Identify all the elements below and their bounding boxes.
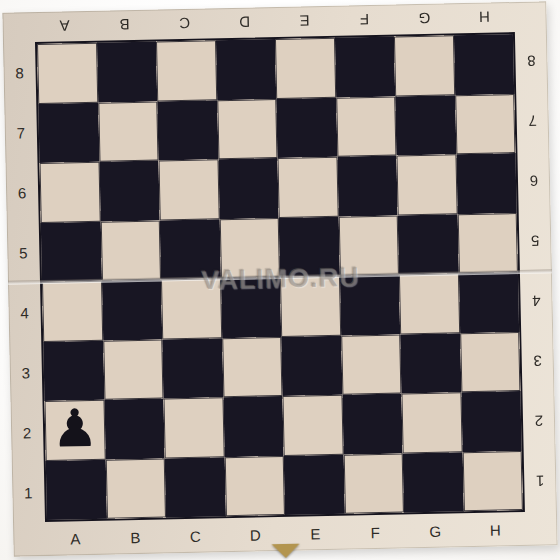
square-a5[interactable] bbox=[41, 221, 102, 282]
square-b2[interactable] bbox=[104, 398, 165, 459]
square-d8[interactable] bbox=[215, 39, 276, 100]
square-b7[interactable] bbox=[98, 101, 159, 162]
coord-label-d: D bbox=[214, 7, 275, 38]
square-h8[interactable] bbox=[453, 34, 514, 95]
coord-label-c: C bbox=[165, 518, 226, 553]
square-b6[interactable] bbox=[99, 161, 160, 222]
square-b8[interactable] bbox=[97, 42, 158, 103]
coord-label-8: 8 bbox=[3, 42, 36, 103]
square-c5[interactable] bbox=[160, 219, 221, 280]
coord-label-f: F bbox=[345, 514, 406, 549]
square-a6[interactable] bbox=[40, 162, 101, 223]
coord-label-h: H bbox=[454, 2, 515, 33]
square-h4[interactable] bbox=[458, 272, 519, 333]
square-f5[interactable] bbox=[338, 215, 399, 276]
coord-label-h: H bbox=[465, 512, 526, 547]
square-h1[interactable] bbox=[462, 450, 523, 511]
square-h6[interactable] bbox=[456, 153, 517, 214]
square-d6[interactable] bbox=[218, 158, 279, 219]
square-h2[interactable] bbox=[461, 391, 522, 452]
coord-label-c: C bbox=[154, 8, 215, 39]
square-h3[interactable] bbox=[460, 332, 521, 393]
square-c4[interactable] bbox=[161, 278, 222, 339]
square-c6[interactable] bbox=[158, 159, 219, 220]
coord-label-1: 1 bbox=[524, 451, 557, 512]
square-c2[interactable] bbox=[163, 397, 224, 458]
coord-label-a: A bbox=[34, 11, 95, 42]
square-g5[interactable] bbox=[398, 214, 459, 275]
photo-background: ABCDEFGH ABCDEFGH 87654321 87654321 ♟ VA… bbox=[0, 0, 560, 560]
coord-label-e: E bbox=[274, 6, 335, 37]
square-e2[interactable] bbox=[282, 395, 343, 456]
square-b4[interactable] bbox=[101, 279, 162, 340]
square-e1[interactable] bbox=[284, 454, 345, 515]
square-g4[interactable] bbox=[399, 273, 460, 334]
black-pawn: ♟ bbox=[51, 402, 99, 455]
coord-label-b: B bbox=[105, 519, 166, 554]
coord-label-6: 6 bbox=[517, 151, 550, 212]
square-c8[interactable] bbox=[156, 40, 217, 101]
coord-label-2: 2 bbox=[522, 391, 555, 452]
chess-board: ABCDEFGH ABCDEFGH 87654321 87654321 ♟ VA… bbox=[2, 1, 557, 556]
square-d7[interactable] bbox=[217, 99, 278, 160]
square-a8[interactable] bbox=[37, 43, 98, 104]
coord-label-7: 7 bbox=[4, 102, 37, 163]
square-g7[interactable] bbox=[395, 95, 456, 156]
square-d1[interactable] bbox=[224, 455, 285, 516]
coord-label-3: 3 bbox=[521, 331, 554, 392]
square-b3[interactable] bbox=[103, 339, 164, 400]
square-g8[interactable] bbox=[394, 35, 455, 96]
square-h5[interactable] bbox=[457, 213, 518, 274]
square-a1[interactable] bbox=[46, 459, 107, 520]
square-d4[interactable] bbox=[220, 277, 281, 338]
coord-label-f: F bbox=[334, 5, 395, 36]
square-e6[interactable] bbox=[277, 157, 338, 218]
square-f7[interactable] bbox=[336, 96, 397, 157]
coord-label-b: B bbox=[94, 10, 155, 41]
coord-label-g: G bbox=[405, 513, 466, 548]
board-squares: ♟ bbox=[35, 32, 525, 522]
square-c7[interactable] bbox=[157, 100, 218, 161]
square-b1[interactable] bbox=[105, 458, 166, 519]
square-c3[interactable] bbox=[162, 338, 223, 399]
square-a2[interactable]: ♟ bbox=[45, 400, 106, 461]
square-e3[interactable] bbox=[281, 335, 342, 396]
square-f1[interactable] bbox=[343, 453, 404, 514]
square-g3[interactable] bbox=[400, 333, 461, 394]
coord-label-6: 6 bbox=[6, 162, 39, 223]
coord-label-4: 4 bbox=[8, 282, 41, 343]
square-a7[interactable] bbox=[38, 102, 99, 163]
coord-label-4: 4 bbox=[520, 271, 553, 332]
square-e4[interactable] bbox=[280, 276, 341, 337]
square-d3[interactable] bbox=[222, 336, 283, 397]
square-a3[interactable] bbox=[43, 340, 104, 401]
square-h7[interactable] bbox=[455, 94, 516, 155]
square-d2[interactable] bbox=[223, 396, 284, 457]
coord-label-3: 3 bbox=[9, 342, 42, 403]
coord-label-5: 5 bbox=[519, 211, 552, 272]
coord-label-5: 5 bbox=[7, 222, 40, 283]
square-e7[interactable] bbox=[276, 97, 337, 158]
square-f6[interactable] bbox=[337, 156, 398, 217]
square-e8[interactable] bbox=[275, 38, 336, 99]
square-f2[interactable] bbox=[342, 393, 403, 454]
coord-label-g: G bbox=[394, 3, 455, 34]
square-b5[interactable] bbox=[100, 220, 161, 281]
coord-label-8: 8 bbox=[515, 31, 548, 92]
square-e5[interactable] bbox=[279, 216, 340, 277]
coord-label-2: 2 bbox=[11, 402, 44, 463]
brass-clasp-icon bbox=[272, 544, 300, 559]
coord-label-7: 7 bbox=[516, 91, 549, 152]
square-g6[interactable] bbox=[396, 154, 457, 215]
square-f4[interactable] bbox=[339, 275, 400, 336]
square-d5[interactable] bbox=[219, 218, 280, 279]
square-a4[interactable] bbox=[42, 281, 103, 342]
coord-label-a: A bbox=[45, 521, 106, 556]
coord-label-1: 1 bbox=[12, 462, 45, 523]
square-g1[interactable] bbox=[403, 452, 464, 513]
square-f8[interactable] bbox=[334, 37, 395, 98]
square-f3[interactable] bbox=[341, 334, 402, 395]
square-c1[interactable] bbox=[165, 457, 226, 518]
square-g2[interactable] bbox=[401, 392, 462, 453]
